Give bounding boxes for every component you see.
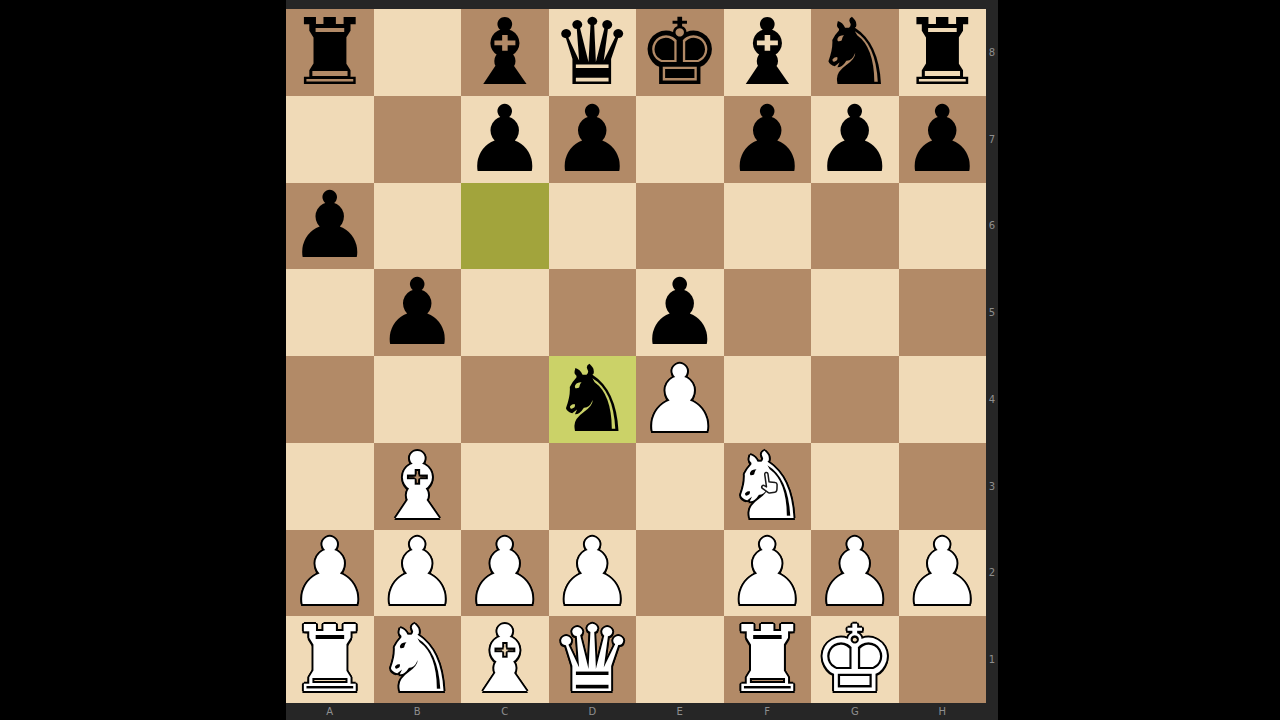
square-a3[interactable] bbox=[286, 443, 374, 530]
square-b4[interactable] bbox=[374, 356, 462, 443]
white-knight[interactable]: ♞ bbox=[726, 452, 808, 521]
square-a5[interactable] bbox=[286, 269, 374, 356]
square-b7[interactable] bbox=[374, 96, 462, 183]
square-d3[interactable] bbox=[549, 443, 637, 530]
white-pawn[interactable]: ♟ bbox=[726, 538, 808, 607]
square-f7[interactable]: ♟ bbox=[724, 96, 812, 183]
square-d7[interactable]: ♟ bbox=[549, 96, 637, 183]
rank-label-8: 8 bbox=[986, 9, 998, 96]
square-d1[interactable]: ♛ bbox=[549, 616, 637, 703]
white-knight[interactable]: ♞ bbox=[376, 625, 458, 694]
square-e4[interactable]: ♟ bbox=[636, 356, 724, 443]
file-label-h: H bbox=[899, 703, 987, 720]
black-bishop[interactable]: ♝ bbox=[726, 18, 808, 87]
black-knight[interactable]: ♞ bbox=[814, 18, 896, 87]
square-c4[interactable] bbox=[461, 356, 549, 443]
black-pawn[interactable]: ♟ bbox=[814, 105, 896, 174]
square-f3[interactable]: ♞ bbox=[724, 443, 812, 530]
square-a6[interactable]: ♟ bbox=[286, 183, 374, 270]
rank-label-5: 5 bbox=[986, 269, 998, 356]
black-pawn[interactable]: ♟ bbox=[376, 278, 458, 347]
square-b5[interactable]: ♟ bbox=[374, 269, 462, 356]
square-c7[interactable]: ♟ bbox=[461, 96, 549, 183]
square-d4[interactable]: ♞ bbox=[549, 356, 637, 443]
file-label-c: C bbox=[461, 703, 549, 720]
square-a1[interactable]: ♜ bbox=[286, 616, 374, 703]
rank-label-3: 3 bbox=[986, 443, 998, 530]
square-h8[interactable]: ♜ bbox=[899, 9, 987, 96]
white-pawn[interactable]: ♟ bbox=[289, 538, 371, 607]
square-g1[interactable]: ♚ bbox=[811, 616, 899, 703]
white-rook[interactable]: ♜ bbox=[289, 625, 371, 694]
square-g4[interactable] bbox=[811, 356, 899, 443]
square-a7[interactable] bbox=[286, 96, 374, 183]
square-e1[interactable] bbox=[636, 616, 724, 703]
black-pawn[interactable]: ♟ bbox=[639, 278, 721, 347]
black-king[interactable]: ♚ bbox=[639, 18, 721, 87]
white-bishop[interactable]: ♝ bbox=[376, 452, 458, 521]
square-e3[interactable] bbox=[636, 443, 724, 530]
square-g8[interactable]: ♞ bbox=[811, 9, 899, 96]
video-frame: ♜♝♛♚♝♞♜♟♟♟♟♟♟♟♟♞♟♝♞♟♟♟♟♟♟♟♜♞♝♛♜♚ 8765432… bbox=[0, 0, 1280, 720]
square-d5[interactable] bbox=[549, 269, 637, 356]
black-pawn[interactable]: ♟ bbox=[464, 105, 546, 174]
rank-label-4: 4 bbox=[986, 356, 998, 443]
square-h7[interactable]: ♟ bbox=[899, 96, 987, 183]
square-d8[interactable]: ♛ bbox=[549, 9, 637, 96]
square-b8[interactable] bbox=[374, 9, 462, 96]
black-pawn[interactable]: ♟ bbox=[289, 191, 371, 260]
white-pawn[interactable]: ♟ bbox=[464, 538, 546, 607]
square-e8[interactable]: ♚ bbox=[636, 9, 724, 96]
square-g6[interactable] bbox=[811, 183, 899, 270]
square-f4[interactable] bbox=[724, 356, 812, 443]
square-a8[interactable]: ♜ bbox=[286, 9, 374, 96]
square-c2[interactable]: ♟ bbox=[461, 530, 549, 617]
square-a4[interactable] bbox=[286, 356, 374, 443]
square-h4[interactable] bbox=[899, 356, 987, 443]
square-g5[interactable] bbox=[811, 269, 899, 356]
black-queen[interactable]: ♛ bbox=[551, 18, 633, 87]
square-c6[interactable] bbox=[461, 183, 549, 270]
square-e6[interactable] bbox=[636, 183, 724, 270]
board-frame: ♜♝♛♚♝♞♜♟♟♟♟♟♟♟♟♞♟♝♞♟♟♟♟♟♟♟♜♞♝♛♜♚ 8765432… bbox=[286, 0, 998, 720]
file-label-f: F bbox=[724, 703, 812, 720]
black-pawn[interactable]: ♟ bbox=[726, 105, 808, 174]
white-pawn[interactable]: ♟ bbox=[901, 538, 983, 607]
square-f5[interactable] bbox=[724, 269, 812, 356]
chess-board[interactable]: ♜♝♛♚♝♞♜♟♟♟♟♟♟♟♟♞♟♝♞♟♟♟♟♟♟♟♜♞♝♛♜♚ bbox=[286, 9, 986, 703]
file-label-g: G bbox=[811, 703, 899, 720]
rank-label-7: 7 bbox=[986, 96, 998, 183]
square-b3[interactable]: ♝ bbox=[374, 443, 462, 530]
rank-label-6: 6 bbox=[986, 183, 998, 270]
square-e2[interactable] bbox=[636, 530, 724, 617]
square-f2[interactable]: ♟ bbox=[724, 530, 812, 617]
square-g7[interactable]: ♟ bbox=[811, 96, 899, 183]
black-pawn[interactable]: ♟ bbox=[551, 105, 633, 174]
square-d2[interactable]: ♟ bbox=[549, 530, 637, 617]
white-pawn[interactable]: ♟ bbox=[814, 538, 896, 607]
square-g2[interactable]: ♟ bbox=[811, 530, 899, 617]
square-f1[interactable]: ♜ bbox=[724, 616, 812, 703]
square-b1[interactable]: ♞ bbox=[374, 616, 462, 703]
file-label-b: B bbox=[374, 703, 462, 720]
black-rook[interactable]: ♜ bbox=[901, 18, 983, 87]
rank-coordinates: 87654321 bbox=[986, 9, 998, 703]
rank-label-1: 1 bbox=[986, 616, 998, 703]
white-pawn[interactable]: ♟ bbox=[376, 538, 458, 607]
file-label-d: D bbox=[549, 703, 637, 720]
square-h2[interactable]: ♟ bbox=[899, 530, 987, 617]
black-bishop[interactable]: ♝ bbox=[464, 18, 546, 87]
square-b2[interactable]: ♟ bbox=[374, 530, 462, 617]
black-pawn[interactable]: ♟ bbox=[901, 105, 983, 174]
white-pawn[interactable]: ♟ bbox=[551, 538, 633, 607]
square-e5[interactable]: ♟ bbox=[636, 269, 724, 356]
square-h1[interactable] bbox=[899, 616, 987, 703]
square-c5[interactable] bbox=[461, 269, 549, 356]
square-c1[interactable]: ♝ bbox=[461, 616, 549, 703]
white-king[interactable]: ♚ bbox=[814, 625, 896, 694]
file-coordinates: ABCDEFGH bbox=[286, 703, 986, 720]
white-bishop[interactable]: ♝ bbox=[464, 625, 546, 694]
square-c8[interactable]: ♝ bbox=[461, 9, 549, 96]
white-rook[interactable]: ♜ bbox=[726, 625, 808, 694]
rank-label-2: 2 bbox=[986, 530, 998, 617]
square-f6[interactable] bbox=[724, 183, 812, 270]
square-d6[interactable] bbox=[549, 183, 637, 270]
white-pawn[interactable]: ♟ bbox=[639, 365, 721, 434]
white-queen[interactable]: ♛ bbox=[551, 625, 633, 694]
black-knight[interactable]: ♞ bbox=[551, 365, 633, 434]
square-h5[interactable] bbox=[899, 269, 987, 356]
square-a2[interactable]: ♟ bbox=[286, 530, 374, 617]
square-h3[interactable] bbox=[899, 443, 987, 530]
square-f8[interactable]: ♝ bbox=[724, 9, 812, 96]
square-b6[interactable] bbox=[374, 183, 462, 270]
file-label-a: A bbox=[286, 703, 374, 720]
file-label-e: E bbox=[636, 703, 724, 720]
square-c3[interactable] bbox=[461, 443, 549, 530]
square-g3[interactable] bbox=[811, 443, 899, 530]
square-e7[interactable] bbox=[636, 96, 724, 183]
black-rook[interactable]: ♜ bbox=[289, 18, 371, 87]
square-h6[interactable] bbox=[899, 183, 987, 270]
